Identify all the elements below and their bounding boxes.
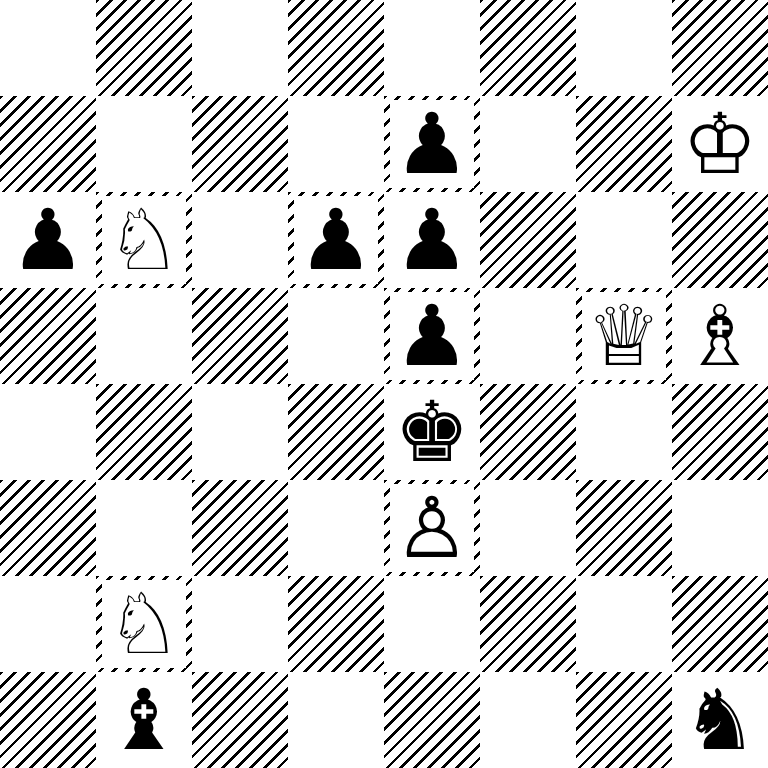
square-d2[interactable] [288,576,384,672]
black-pawn[interactable]: ♟ [384,288,480,384]
square-d6[interactable]: ♟ [288,192,384,288]
piece-fill-layer: ♟ [384,288,480,384]
square-a6[interactable]: ♟ [0,192,96,288]
square-f6[interactable] [480,192,576,288]
square-a2[interactable] [0,576,96,672]
square-b7[interactable] [96,96,192,192]
square-g6[interactable] [576,192,672,288]
square-e8[interactable] [384,0,480,96]
square-g7[interactable] [576,96,672,192]
piece-fill-layer: ♟ [288,192,384,288]
black-knight[interactable]: ♞ [672,672,768,768]
piece-outline-layer: ♕ [576,288,672,384]
square-c3[interactable] [192,480,288,576]
black-king[interactable]: ♚ [384,384,480,480]
square-e5[interactable]: ♟ [384,288,480,384]
square-h2[interactable] [672,576,768,672]
piece-fill-layer: ♟ [384,96,480,192]
piece-outline-layer: ♗ [672,288,768,384]
black-bishop[interactable]: ♝ [96,672,192,768]
square-f1[interactable] [480,672,576,768]
piece-fill-layer: ♝ [96,672,192,768]
square-a3[interactable] [0,480,96,576]
square-e7[interactable]: ♟ [384,96,480,192]
chess-diagram-page: ♟♚♔♟♞♘♟♟♟♛♕♝♗♚♟♙♞♘♝♞ [0,0,768,768]
piece-fill-layer: ♟ [0,192,96,288]
square-h4[interactable] [672,384,768,480]
square-c1[interactable] [192,672,288,768]
square-a4[interactable] [0,384,96,480]
square-g4[interactable] [576,384,672,480]
square-b4[interactable] [96,384,192,480]
square-a7[interactable] [0,96,96,192]
square-d8[interactable] [288,0,384,96]
piece-outline-layer: ♘ [96,192,192,288]
square-c2[interactable] [192,576,288,672]
piece-outline-layer: ♘ [96,576,192,672]
square-d3[interactable] [288,480,384,576]
black-pawn[interactable]: ♟ [384,96,480,192]
square-h5[interactable]: ♝♗ [672,288,768,384]
black-pawn[interactable]: ♟ [0,192,96,288]
white-king[interactable]: ♚♔ [672,96,768,192]
square-a8[interactable] [0,0,96,96]
square-h6[interactable] [672,192,768,288]
square-g3[interactable] [576,480,672,576]
piece-fill-layer: ♚ [384,384,480,480]
white-knight[interactable]: ♞♘ [96,192,192,288]
square-f5[interactable] [480,288,576,384]
square-b2[interactable]: ♞♘ [96,576,192,672]
square-a5[interactable] [0,288,96,384]
piece-outline-layer: ♔ [672,96,768,192]
square-f4[interactable] [480,384,576,480]
white-pawn[interactable]: ♟♙ [384,480,480,576]
square-f2[interactable] [480,576,576,672]
square-h8[interactable] [672,0,768,96]
square-d7[interactable] [288,96,384,192]
piece-outline-layer: ♙ [384,480,480,576]
square-e6[interactable]: ♟ [384,192,480,288]
black-pawn[interactable]: ♟ [384,192,480,288]
square-f8[interactable] [480,0,576,96]
square-c6[interactable] [192,192,288,288]
white-knight[interactable]: ♞♘ [96,576,192,672]
square-c5[interactable] [192,288,288,384]
chess-board: ♟♚♔♟♞♘♟♟♟♛♕♝♗♚♟♙♞♘♝♞ [0,0,768,768]
square-b1[interactable]: ♝ [96,672,192,768]
square-b6[interactable]: ♞♘ [96,192,192,288]
square-b8[interactable] [96,0,192,96]
piece-fill-layer: ♟ [384,192,480,288]
square-d5[interactable] [288,288,384,384]
square-b5[interactable] [96,288,192,384]
square-c7[interactable] [192,96,288,192]
square-g1[interactable] [576,672,672,768]
square-h3[interactable] [672,480,768,576]
square-e4[interactable]: ♚ [384,384,480,480]
square-f7[interactable] [480,96,576,192]
piece-fill-layer: ♞ [672,672,768,768]
square-e3[interactable]: ♟♙ [384,480,480,576]
white-bishop[interactable]: ♝♗ [672,288,768,384]
square-g5[interactable]: ♛♕ [576,288,672,384]
white-queen[interactable]: ♛♕ [576,288,672,384]
square-c4[interactable] [192,384,288,480]
square-c8[interactable] [192,0,288,96]
square-d4[interactable] [288,384,384,480]
square-f3[interactable] [480,480,576,576]
square-e2[interactable] [384,576,480,672]
square-e1[interactable] [384,672,480,768]
square-g2[interactable] [576,576,672,672]
square-d1[interactable] [288,672,384,768]
square-b3[interactable] [96,480,192,576]
square-a1[interactable] [0,672,96,768]
square-h1[interactable]: ♞ [672,672,768,768]
square-h7[interactable]: ♚♔ [672,96,768,192]
black-pawn[interactable]: ♟ [288,192,384,288]
square-g8[interactable] [576,0,672,96]
